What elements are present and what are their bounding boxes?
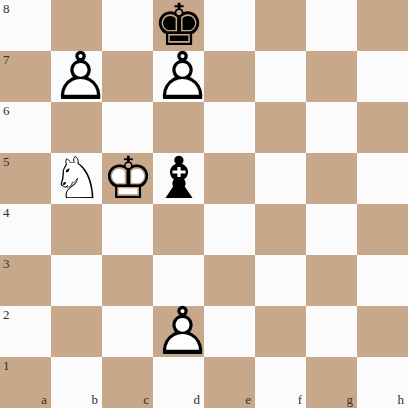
square-f4[interactable] <box>255 204 306 255</box>
rank-label-6: 6 <box>3 104 10 117</box>
square-d2[interactable]: ♟♙ <box>153 306 204 357</box>
rank-label-8: 8 <box>3 2 10 15</box>
rank-label-2: 2 <box>3 308 10 321</box>
rank-label-3: 3 <box>3 257 10 270</box>
white-king-outline-glyph: ♔ <box>102 153 153 204</box>
file-label-d: d <box>194 393 201 406</box>
square-f8[interactable] <box>255 0 306 51</box>
square-a5[interactable]: 5 <box>0 153 51 204</box>
white-pawn-outline-glyph: ♙ <box>153 51 204 102</box>
square-b7[interactable]: ♟♙ <box>51 51 102 102</box>
square-a8[interactable]: 8 <box>0 0 51 51</box>
square-f2[interactable] <box>255 306 306 357</box>
square-h7[interactable] <box>357 51 408 102</box>
square-a4[interactable]: 4 <box>0 204 51 255</box>
white-pawn-outline-glyph: ♙ <box>51 51 102 102</box>
square-d7[interactable]: ♟♙ <box>153 51 204 102</box>
rank-label-4: 4 <box>3 206 10 219</box>
square-g1[interactable]: g <box>306 357 357 408</box>
file-label-f: f <box>298 393 302 406</box>
square-h1[interactable]: h <box>357 357 408 408</box>
rank-label-5: 5 <box>3 155 10 168</box>
square-b1[interactable]: b <box>51 357 102 408</box>
square-e7[interactable] <box>204 51 255 102</box>
square-c2[interactable] <box>102 306 153 357</box>
black-bishop[interactable]: ♝ <box>153 153 204 204</box>
square-h3[interactable] <box>357 255 408 306</box>
square-d1[interactable]: d <box>153 357 204 408</box>
white-pawn[interactable]: ♟♙ <box>153 51 204 102</box>
square-g6[interactable] <box>306 102 357 153</box>
square-g3[interactable] <box>306 255 357 306</box>
square-e2[interactable] <box>204 306 255 357</box>
square-e1[interactable]: e <box>204 357 255 408</box>
white-pawn[interactable]: ♟♙ <box>153 306 204 357</box>
square-f6[interactable] <box>255 102 306 153</box>
square-f5[interactable] <box>255 153 306 204</box>
square-c5[interactable]: ♚♔ <box>102 153 153 204</box>
square-h2[interactable] <box>357 306 408 357</box>
square-e4[interactable] <box>204 204 255 255</box>
square-g4[interactable] <box>306 204 357 255</box>
square-e6[interactable] <box>204 102 255 153</box>
rank-label-1: 1 <box>3 359 10 372</box>
file-label-g: g <box>347 393 354 406</box>
white-knight-outline-glyph: ♘ <box>51 153 102 204</box>
file-label-c: c <box>143 393 149 406</box>
white-pawn[interactable]: ♟♙ <box>51 51 102 102</box>
square-h4[interactable] <box>357 204 408 255</box>
file-label-b: b <box>92 393 99 406</box>
square-d4[interactable] <box>153 204 204 255</box>
white-pawn-outline-glyph: ♙ <box>153 306 204 357</box>
rank-label-7: 7 <box>3 53 10 66</box>
square-h5[interactable] <box>357 153 408 204</box>
square-d5[interactable]: ♝ <box>153 153 204 204</box>
square-b5[interactable]: ♞♘ <box>51 153 102 204</box>
square-f3[interactable] <box>255 255 306 306</box>
square-g8[interactable] <box>306 0 357 51</box>
file-label-e: e <box>245 393 251 406</box>
square-h8[interactable] <box>357 0 408 51</box>
square-c7[interactable] <box>102 51 153 102</box>
square-b3[interactable] <box>51 255 102 306</box>
square-c4[interactable] <box>102 204 153 255</box>
white-knight[interactable]: ♞♘ <box>51 153 102 204</box>
black-bishop-glyph: ♝ <box>153 153 204 204</box>
square-b4[interactable] <box>51 204 102 255</box>
square-c3[interactable] <box>102 255 153 306</box>
square-c1[interactable]: c <box>102 357 153 408</box>
square-a1[interactable]: 1a <box>0 357 51 408</box>
square-f7[interactable] <box>255 51 306 102</box>
square-g2[interactable] <box>306 306 357 357</box>
file-label-h: h <box>398 393 405 406</box>
square-a6[interactable]: 6 <box>0 102 51 153</box>
square-a3[interactable]: 3 <box>0 255 51 306</box>
square-a7[interactable]: 7 <box>0 51 51 102</box>
chess-board: 8♚7♟♙♟♙65♞♘♚♔♝432♟♙1abcdefgh <box>0 0 408 408</box>
square-h6[interactable] <box>357 102 408 153</box>
square-a2[interactable]: 2 <box>0 306 51 357</box>
square-g7[interactable] <box>306 51 357 102</box>
white-king[interactable]: ♚♔ <box>102 153 153 204</box>
square-f1[interactable]: f <box>255 357 306 408</box>
file-label-a: a <box>41 393 47 406</box>
square-b2[interactable] <box>51 306 102 357</box>
square-e5[interactable] <box>204 153 255 204</box>
square-g5[interactable] <box>306 153 357 204</box>
